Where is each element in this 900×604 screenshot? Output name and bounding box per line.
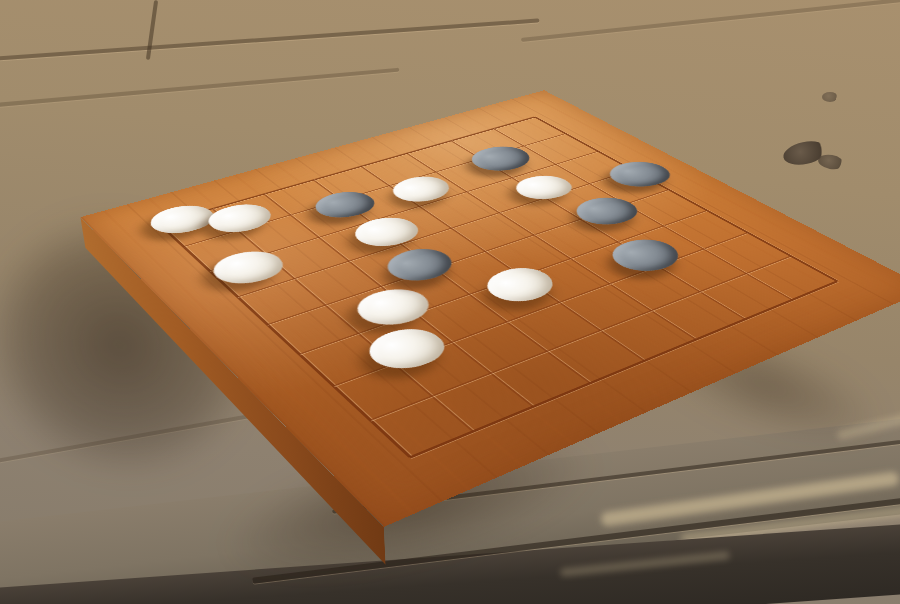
stone-gray-r1c3 [305,188,384,223]
stone-white-r2c1 [205,247,291,290]
photo-scene [0,0,900,604]
stone-white-r6c1 [356,322,457,376]
wood-knot [822,92,838,102]
stone-white-r5c2 [348,284,440,331]
stone-white-r5c4 [474,262,566,308]
stone-white-r1c4 [382,172,461,207]
stone-gray-r4c3 [375,243,465,287]
stone-white-r3c6 [507,172,581,203]
stone-white-r2c3 [345,213,429,252]
stone-gray-r3c8 [599,158,680,191]
stone-gray-r4c7 [564,193,648,230]
stone-gray-r1c6 [461,142,541,175]
